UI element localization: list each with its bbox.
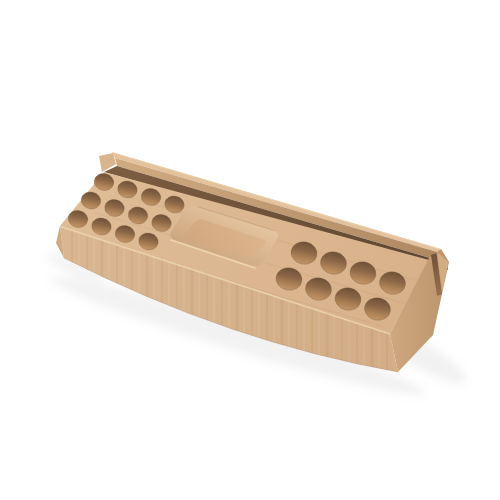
product-image <box>0 0 500 500</box>
product-photo-svg <box>0 0 500 500</box>
